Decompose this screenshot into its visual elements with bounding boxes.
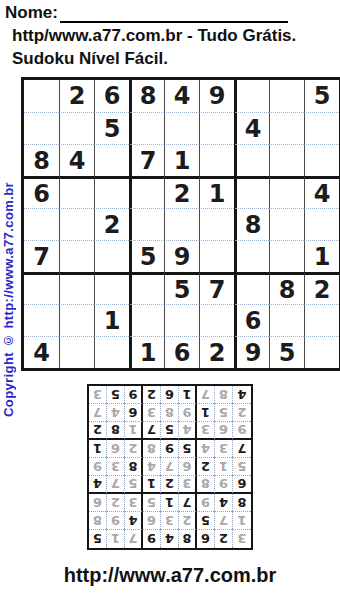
solution-cell-r7c2: 6 <box>215 422 233 440</box>
solution-cell-r5c7: 8 <box>125 458 143 476</box>
puzzle-cell-r5c3: 2 <box>94 208 129 240</box>
solution-cell-r3c6: 5 <box>143 494 161 512</box>
puzzle-cell-r5c8[interactable] <box>269 208 304 240</box>
solution-cell-r8c9: 7 <box>89 404 107 422</box>
solution-cell-r1c6: 9 <box>143 530 161 548</box>
puzzle-cell-r7c9: 2 <box>304 272 339 304</box>
solution-cell-r1c1: 3 <box>233 530 251 548</box>
name-fill-line[interactable] <box>60 6 288 23</box>
puzzle-cell-r5c7: 8 <box>234 208 269 240</box>
solution-cell-r8c1: 2 <box>233 404 251 422</box>
solution-cell-r7c1: 9 <box>233 422 251 440</box>
puzzle-cell-r1c9: 5 <box>304 80 339 112</box>
puzzle-cell-r9c7: 9 <box>234 336 269 368</box>
solution-cell-r4c5: 2 <box>161 476 179 494</box>
solution-cell-r5c1: 5 <box>233 458 251 476</box>
puzzle-cell-r1c6: 9 <box>199 80 234 112</box>
puzzle-cell-r3c1: 8 <box>24 144 59 176</box>
puzzle-cell-r4c9: 4 <box>304 176 339 208</box>
puzzle-cell-r6c6[interactable] <box>199 240 234 272</box>
puzzle-cell-r8c5[interactable] <box>164 304 199 336</box>
solution-cell-r1c3: 6 <box>197 530 215 548</box>
puzzle-cell-r3c4: 7 <box>129 144 164 176</box>
solution-cell-r8c8: 4 <box>107 404 125 422</box>
solution-cell-r4c2: 9 <box>215 476 233 494</box>
solution-cell-r6c8: 6 <box>107 440 125 458</box>
puzzle-cell-r7c3[interactable] <box>94 272 129 304</box>
puzzle-cell-r1c2: 2 <box>59 80 94 112</box>
puzzle-cell-r4c7[interactable] <box>234 176 269 208</box>
solution-cell-r4c7: 5 <box>125 476 143 494</box>
name-row: Nome: <box>0 0 288 23</box>
puzzle-cell-r5c5[interactable] <box>164 208 199 240</box>
puzzle-cell-r8c2[interactable] <box>59 304 94 336</box>
solution-area: 3268497151752364988497153266983215745126… <box>0 384 340 550</box>
puzzle-cell-r5c4[interactable] <box>129 208 164 240</box>
puzzle-cell-r7c6: 7 <box>199 272 234 304</box>
solution-cell-r5c9: 9 <box>89 458 107 476</box>
puzzle-cell-r4c2[interactable] <box>59 176 94 208</box>
puzzle-cell-r8c4[interactable] <box>129 304 164 336</box>
solution-cell-r9c2: 8 <box>215 386 233 404</box>
puzzle-cell-r3c2: 4 <box>59 144 94 176</box>
solution-cell-r5c2: 1 <box>215 458 233 476</box>
footer-url: http://www.a77.com.br <box>0 564 340 587</box>
puzzle-cell-r2c2[interactable] <box>59 112 94 144</box>
puzzle-cell-r3c9[interactable] <box>304 144 339 176</box>
puzzle-cell-r8c7: 6 <box>234 304 269 336</box>
puzzle-cell-r7c5: 5 <box>164 272 199 304</box>
puzzle-cell-r8c3: 1 <box>94 304 129 336</box>
puzzle-cell-r3c6[interactable] <box>199 144 234 176</box>
solution-cell-r7c7: 1 <box>125 422 143 440</box>
puzzle-cell-r6c2[interactable] <box>59 240 94 272</box>
puzzle-cell-r1c8[interactable] <box>269 80 304 112</box>
puzzle-cell-r2c1[interactable] <box>24 112 59 144</box>
solution-cell-r6c6: 8 <box>143 440 161 458</box>
solution-cell-r8c5: 8 <box>161 404 179 422</box>
puzzle-cell-r4c3[interactable] <box>94 176 129 208</box>
solution-cell-r1c2: 2 <box>215 530 233 548</box>
puzzle-cell-r5c1[interactable] <box>24 208 59 240</box>
solution-cell-r4c9: 4 <box>89 476 107 494</box>
solution-cell-r2c7: 4 <box>125 512 143 530</box>
puzzle-cell-r2c4[interactable] <box>129 112 164 144</box>
puzzle-cell-r8c1[interactable] <box>24 304 59 336</box>
solution-cell-r2c9: 8 <box>89 512 107 530</box>
puzzle-cell-r6c7[interactable] <box>234 240 269 272</box>
puzzle-cell-r7c4[interactable] <box>129 272 164 304</box>
solution-cell-r1c5: 4 <box>161 530 179 548</box>
puzzle-cell-r9c3[interactable] <box>94 336 129 368</box>
puzzle-cell-r9c6: 2 <box>199 336 234 368</box>
puzzle-cell-r7c1[interactable] <box>24 272 59 304</box>
puzzle-cell-r2c8[interactable] <box>269 112 304 144</box>
solution-cell-r9c9: 3 <box>89 386 107 404</box>
puzzle-cell-r4c4[interactable] <box>129 176 164 208</box>
solution-cell-r8c3: 1 <box>197 404 215 422</box>
solution-cell-r3c5: 1 <box>161 494 179 512</box>
solution-cell-r1c4: 8 <box>179 530 197 548</box>
solution-cell-r7c4: 4 <box>179 422 197 440</box>
solution-cell-r2c6: 6 <box>143 512 161 530</box>
solution-cell-r9c8: 5 <box>107 386 125 404</box>
puzzle-cell-r6c4: 5 <box>129 240 164 272</box>
puzzle-cell-r9c8: 5 <box>269 336 304 368</box>
puzzle-cell-r8c8[interactable] <box>269 304 304 336</box>
solution-cell-r7c5: 5 <box>161 422 179 440</box>
sudoku-worksheet-page: Nome: http/www.a77.com.br - Tudo Grátis.… <box>0 0 340 596</box>
puzzle-cell-r1c4: 8 <box>129 80 164 112</box>
solution-cell-r3c8: 2 <box>107 494 125 512</box>
puzzle-cell-r3c5: 1 <box>164 144 199 176</box>
sudoku-solution-grid-rotated: 3268497151752364988497153266983215745126… <box>87 384 253 550</box>
solution-cell-r5c4: 6 <box>179 458 197 476</box>
solution-cell-r3c3: 9 <box>197 494 215 512</box>
puzzle-cell-r6c3[interactable] <box>94 240 129 272</box>
puzzle-cell-r2c9[interactable] <box>304 112 339 144</box>
solution-cell-r2c5: 3 <box>161 512 179 530</box>
solution-cell-r5c3: 2 <box>197 458 215 476</box>
puzzle-cell-r1c3: 6 <box>94 80 129 112</box>
solution-cell-r7c6: 7 <box>143 422 161 440</box>
puzzle-cell-r4c8[interactable] <box>269 176 304 208</box>
solution-cell-r6c1: 7 <box>233 440 251 458</box>
site-header: http/www.a77.com.br - Tudo Grátis. <box>12 26 340 46</box>
puzzle-cell-r3c7[interactable] <box>234 144 269 176</box>
puzzle-cell-r1c5: 4 <box>164 80 199 112</box>
puzzle-cell-r2c5[interactable] <box>164 112 199 144</box>
puzzle-cell-r7c2[interactable] <box>59 272 94 304</box>
puzzle-cell-r5c2[interactable] <box>59 208 94 240</box>
solution-cell-r9c6: 2 <box>143 386 161 404</box>
solution-cell-r8c7: 6 <box>125 404 143 422</box>
solution-cell-r3c1: 8 <box>233 494 251 512</box>
solution-cell-r8c6: 3 <box>143 404 161 422</box>
solution-cell-r4c3: 8 <box>197 476 215 494</box>
puzzle-cell-r2c6[interactable] <box>199 112 234 144</box>
puzzle-cell-r8c9[interactable] <box>304 304 339 336</box>
solution-cell-r7c8: 8 <box>107 422 125 440</box>
solution-cell-r2c1: 1 <box>233 512 251 530</box>
solution-cell-r6c3: 4 <box>197 440 215 458</box>
level-header: Sudoku Nível Fácil. <box>12 49 340 69</box>
solution-cell-r9c3: 7 <box>197 386 215 404</box>
puzzle-cell-r9c4: 1 <box>129 336 164 368</box>
puzzle-cell-r4c6: 1 <box>199 176 234 208</box>
puzzle-cell-r6c1: 7 <box>24 240 59 272</box>
puzzle-cell-r9c9[interactable] <box>304 336 339 368</box>
solution-cell-r3c4: 7 <box>179 494 197 512</box>
solution-cell-r6c2: 3 <box>215 440 233 458</box>
puzzle-cell-r4c1: 6 <box>24 176 59 208</box>
puzzle-cell-r3c3[interactable] <box>94 144 129 176</box>
solution-cell-r3c9: 6 <box>89 494 107 512</box>
puzzle-cell-r9c1: 4 <box>24 336 59 368</box>
sudoku-puzzle-grid: 2684955484716214287591578216416295 <box>21 77 340 371</box>
puzzle-cell-r6c9: 1 <box>304 240 339 272</box>
solution-cell-r1c7: 7 <box>125 530 143 548</box>
puzzle-cell-r4c5: 2 <box>164 176 199 208</box>
solution-cell-r9c5: 6 <box>161 386 179 404</box>
solution-cell-r1c8: 1 <box>107 530 125 548</box>
solution-cell-r7c3: 3 <box>197 422 215 440</box>
solution-cell-r3c2: 4 <box>215 494 233 512</box>
board-area: Copyright © http://www.a77.com.br 268495… <box>0 77 340 371</box>
solution-cell-r2c2: 7 <box>215 512 233 530</box>
solution-cell-r8c2: 5 <box>215 404 233 422</box>
solution-cell-r6c7: 2 <box>125 440 143 458</box>
solution-cell-r8c4: 9 <box>179 404 197 422</box>
solution-cell-r9c7: 9 <box>125 386 143 404</box>
copyright-vertical-text: Copyright © http://www.a77.com.br <box>1 83 16 417</box>
solution-cell-r6c5: 9 <box>161 440 179 458</box>
puzzle-cell-r2c3: 5 <box>94 112 129 144</box>
solution-cell-r5c8: 3 <box>107 458 125 476</box>
solution-cell-r7c9: 2 <box>89 422 107 440</box>
puzzle-cell-r7c7[interactable] <box>234 272 269 304</box>
solution-cell-r9c4: 1 <box>179 386 197 404</box>
solution-cell-r6c9: 1 <box>89 440 107 458</box>
name-label: Nome: <box>5 3 58 23</box>
puzzle-cell-r9c5: 6 <box>164 336 199 368</box>
puzzle-cell-r1c7[interactable] <box>234 80 269 112</box>
puzzle-cell-r6c8[interactable] <box>269 240 304 272</box>
solution-cell-r6c4: 5 <box>179 440 197 458</box>
solution-cell-r2c8: 9 <box>107 512 125 530</box>
puzzle-cell-r1c1[interactable] <box>24 80 59 112</box>
solution-cell-r2c3: 5 <box>197 512 215 530</box>
puzzle-cell-r2c7: 4 <box>234 112 269 144</box>
puzzle-cell-r7c8: 8 <box>269 272 304 304</box>
puzzle-cell-r6c5: 9 <box>164 240 199 272</box>
puzzle-cell-r5c6[interactable] <box>199 208 234 240</box>
solution-cell-r5c5: 7 <box>161 458 179 476</box>
solution-cell-r2c4: 2 <box>179 512 197 530</box>
puzzle-cell-r3c8[interactable] <box>269 144 304 176</box>
solution-cell-r4c8: 7 <box>107 476 125 494</box>
solution-cell-r4c1: 6 <box>233 476 251 494</box>
solution-cell-r4c4: 3 <box>179 476 197 494</box>
solution-cell-r5c6: 4 <box>143 458 161 476</box>
solution-cell-r4c6: 1 <box>143 476 161 494</box>
puzzle-cell-r9c2[interactable] <box>59 336 94 368</box>
solution-cell-r9c1: 4 <box>233 386 251 404</box>
solution-cell-r3c7: 3 <box>125 494 143 512</box>
puzzle-cell-r8c6[interactable] <box>199 304 234 336</box>
solution-cell-r1c9: 5 <box>89 530 107 548</box>
puzzle-cell-r5c9[interactable] <box>304 208 339 240</box>
